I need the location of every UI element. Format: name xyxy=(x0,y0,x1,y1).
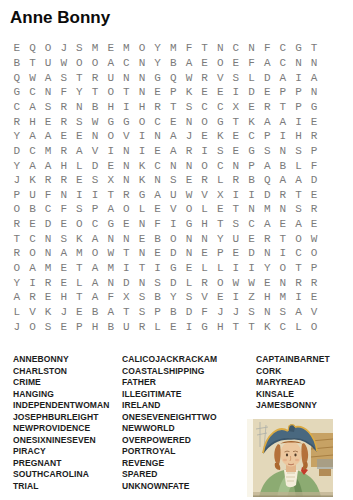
grid-cell-r9c4: H xyxy=(56,158,72,173)
grid-cell-r10c4: R xyxy=(56,173,72,188)
grid-cell-r9c18: B xyxy=(275,158,291,173)
grid-cell-r5c1: C xyxy=(9,100,25,115)
grid-cell-r15c7: W xyxy=(103,246,119,261)
grid-cell-r7c11: A xyxy=(165,129,181,144)
grid-cell-r19c3: K xyxy=(40,305,56,320)
grid-cell-r16c16: I xyxy=(244,261,260,276)
grid-cell-r4c10: E xyxy=(150,85,166,100)
grid-cell-r16c8: I xyxy=(119,261,135,276)
grid-cell-r6c7: G xyxy=(103,114,119,129)
grid-cell-r6c19: I xyxy=(291,114,307,129)
grid-cell-r2c5: O xyxy=(72,56,88,71)
grid-cell-r19c2: V xyxy=(25,305,41,320)
grid-cell-r11c7: T xyxy=(103,187,119,202)
grid-cell-r2c3: U xyxy=(40,56,56,71)
grid-cell-r17c1: Y xyxy=(9,275,25,290)
grid-cell-r12c20: R xyxy=(306,202,322,217)
grid-cell-r7c13: E xyxy=(197,129,213,144)
grid-cell-r17c13: R xyxy=(197,275,213,290)
grid-cell-r2c4: W xyxy=(56,56,72,71)
grid-cell-r12c10: E xyxy=(150,202,166,217)
grid-cell-r20c9: R xyxy=(134,319,150,334)
grid-cell-r20c4: E xyxy=(56,319,72,334)
grid-cell-r15c12: N xyxy=(181,246,197,261)
grid-cell-r7c1: Y xyxy=(9,129,25,144)
grid-cell-r13c4: E xyxy=(56,217,72,232)
grid-cell-r5c16: E xyxy=(244,100,260,115)
grid-cell-r17c14: O xyxy=(212,275,228,290)
grid-cell-r7c15: E xyxy=(228,129,244,144)
grid-cell-r17c19: R xyxy=(291,275,307,290)
grid-cell-r4c2: C xyxy=(25,85,41,100)
grid-cell-r11c3: F xyxy=(40,187,56,202)
word-item: UNKNOWNFATE xyxy=(122,481,217,493)
grid-cell-r15c20: O xyxy=(306,246,322,261)
word-item: REVENGE xyxy=(122,458,217,470)
grid-cell-r13c3: D xyxy=(40,217,56,232)
grid-cell-r14c5: K xyxy=(72,231,88,246)
grid-cell-r11c2: U xyxy=(25,187,41,202)
word-item: OVERPOWERED xyxy=(122,435,217,447)
word-item: ONESIXNINESEVEN xyxy=(13,435,110,447)
grid-cell-r3c9: N xyxy=(134,70,150,85)
grid-cell-r1c20: T xyxy=(306,41,322,56)
grid-cell-r8c20: P xyxy=(306,144,322,159)
grid-cell-r2c1: B xyxy=(9,56,25,71)
grid-cell-r19c11: B xyxy=(165,305,181,320)
grid-cell-r14c17: R xyxy=(259,231,275,246)
grid-cell-r4c8: T xyxy=(119,85,135,100)
grid-cell-r19c1: L xyxy=(9,305,25,320)
word-item: CHARLSTON xyxy=(13,366,110,378)
grid-cell-r9c20: F xyxy=(306,158,322,173)
grid-cell-r1c8: M xyxy=(119,41,135,56)
grid-cell-r19c20: V xyxy=(306,305,322,320)
grid-cell-r1c16: N xyxy=(244,41,260,56)
grid-cell-r17c17: E xyxy=(259,275,275,290)
grid-cell-r7c6: N xyxy=(87,129,103,144)
grid-cell-r15c6: O xyxy=(87,246,103,261)
grid-cell-r20c14: H xyxy=(212,319,228,334)
grid-cell-r14c16: E xyxy=(244,231,260,246)
grid-cell-r7c3: A xyxy=(40,129,56,144)
grid-cell-r8c1: D xyxy=(9,144,25,159)
word-item: FATHER xyxy=(122,377,217,389)
grid-cell-r12c9: L xyxy=(134,202,150,217)
grid-cell-r14c1: T xyxy=(9,231,25,246)
grid-cell-r5c14: C xyxy=(212,100,228,115)
word-item: JOSEPHBURLEIGHT xyxy=(13,412,110,424)
grid-cell-r13c12: G xyxy=(181,217,197,232)
grid-cell-r11c5: I xyxy=(72,187,88,202)
grid-cell-r19c6: B xyxy=(87,305,103,320)
grid-cell-r4c16: D xyxy=(244,85,260,100)
grid-cell-r17c9: N xyxy=(134,275,150,290)
grid-cell-r3c7: U xyxy=(103,70,119,85)
grid-cell-r8c5: A xyxy=(72,144,88,159)
grid-cell-r20c1: J xyxy=(9,319,25,334)
word-item: ONESEVENEIGHTTWO xyxy=(122,412,217,424)
grid-cell-r1c14: N xyxy=(212,41,228,56)
grid-cell-r10c11: S xyxy=(165,173,181,188)
grid-cell-r8c6: V xyxy=(87,144,103,159)
grid-cell-r11c14: X xyxy=(212,187,228,202)
grid-cell-r2c10: Y xyxy=(150,56,166,71)
grid-cell-r16c15: I xyxy=(228,261,244,276)
grid-cell-r12c5: S xyxy=(72,202,88,217)
grid-cell-r15c15: E xyxy=(228,246,244,261)
grid-cell-r17c8: D xyxy=(119,275,135,290)
grid-cell-r14c12: N xyxy=(181,231,197,246)
grid-cell-r5c20: G xyxy=(306,100,322,115)
grid-cell-r10c3: R xyxy=(40,173,56,188)
grid-cell-r16c20: P xyxy=(306,261,322,276)
grid-cell-r6c20: E xyxy=(306,114,322,129)
grid-cell-r6c12: N xyxy=(181,114,197,129)
grid-cell-r18c15: I xyxy=(228,290,244,305)
grid-cell-r4c3: N xyxy=(40,85,56,100)
grid-cell-r13c17: A xyxy=(259,217,275,232)
grid-cell-r16c4: E xyxy=(56,261,72,276)
grid-cell-r5c2: A xyxy=(25,100,41,115)
grid-cell-r14c7: N xyxy=(103,231,119,246)
grid-cell-r12c7: A xyxy=(103,202,119,217)
grid-cell-r18c4: H xyxy=(56,290,72,305)
grid-cell-r14c15: U xyxy=(228,231,244,246)
grid-cell-r13c2: E xyxy=(25,217,41,232)
grid-cell-r7c20: R xyxy=(306,129,322,144)
grid-cell-r17c4: E xyxy=(56,275,72,290)
grid-cell-r7c7: O xyxy=(103,129,119,144)
grid-cell-r8c11: A xyxy=(165,144,181,159)
grid-cell-r20c19: L xyxy=(291,319,307,334)
grid-cell-r18c2: R xyxy=(25,290,41,305)
grid-cell-r1c13: T xyxy=(197,41,213,56)
grid-cell-r15c9: N xyxy=(134,246,150,261)
grid-cell-r1c2: Q xyxy=(25,41,41,56)
grid-cell-r4c18: P xyxy=(275,85,291,100)
grid-cell-r13c9: N xyxy=(134,217,150,232)
grid-cell-r6c11: E xyxy=(165,114,181,129)
grid-cell-r17c12: L xyxy=(181,275,197,290)
grid-cell-r8c7: I xyxy=(103,144,119,159)
grid-cell-r15c19: C xyxy=(291,246,307,261)
grid-cell-r8c14: S xyxy=(212,144,228,159)
grid-cell-r1c12: F xyxy=(181,41,197,56)
grid-cell-r9c1: Y xyxy=(9,158,25,173)
grid-cell-r11c6: I xyxy=(87,187,103,202)
grid-cell-r20c12: I xyxy=(181,319,197,334)
grid-cell-r12c18: N xyxy=(275,202,291,217)
grid-cell-r7c9: I xyxy=(134,129,150,144)
grid-cell-r13c15: S xyxy=(228,217,244,232)
grid-cell-r5c9: H xyxy=(134,100,150,115)
grid-cell-r13c8: E xyxy=(119,217,135,232)
grid-cell-r11c17: D xyxy=(259,187,275,202)
word-item: INDEPENDENTWOMAN xyxy=(13,400,110,412)
grid-cell-r16c17: Y xyxy=(259,261,275,276)
grid-cell-r11c8: R xyxy=(119,187,135,202)
grid-cell-r15c1: R xyxy=(9,246,25,261)
grid-cell-r16c19: T xyxy=(291,261,307,276)
word-item: CORK xyxy=(256,366,330,378)
grid-cell-r10c13: R xyxy=(197,173,213,188)
grid-cell-r1c10: Y xyxy=(150,41,166,56)
grid-cell-r6c9: O xyxy=(134,114,150,129)
grid-cell-r1c7: E xyxy=(103,41,119,56)
grid-cell-r16c1: O xyxy=(9,261,25,276)
grid-cell-r20c17: K xyxy=(259,319,275,334)
grid-cell-r14c10: B xyxy=(150,231,166,246)
grid-cell-r20c5: P xyxy=(72,319,88,334)
grid-cell-r12c6: P xyxy=(87,202,103,217)
grid-cell-r1c4: J xyxy=(56,41,72,56)
grid-cell-r16c7: M xyxy=(103,261,119,276)
word-item: COASTALSHIPPING xyxy=(122,366,217,378)
grid-cell-r14c14: Y xyxy=(212,231,228,246)
grid-cell-r5c19: P xyxy=(291,100,307,115)
grid-cell-r17c11: D xyxy=(165,275,181,290)
grid-cell-r15c10: E xyxy=(150,246,166,261)
grid-cell-r4c4: F xyxy=(56,85,72,100)
grid-cell-r7c14: K xyxy=(212,129,228,144)
grid-cell-r5c17: R xyxy=(259,100,275,115)
grid-cell-r1c6: M xyxy=(87,41,103,56)
grid-cell-r10c12: E xyxy=(181,173,197,188)
grid-cell-r8c18: N xyxy=(275,144,291,159)
grid-cell-r13c10: F xyxy=(150,217,166,232)
grid-cell-r19c14: J xyxy=(212,305,228,320)
grid-cell-r4c15: I xyxy=(228,85,244,100)
grid-cell-r6c4: R xyxy=(56,114,72,129)
grid-cell-r13c5: O xyxy=(72,217,88,232)
grid-cell-r3c17: D xyxy=(259,70,275,85)
grid-cell-r1c1: E xyxy=(9,41,25,56)
grid-cell-r10c2: K xyxy=(25,173,41,188)
grid-cell-r20c3: S xyxy=(40,319,56,334)
word-item: SPARED xyxy=(122,469,217,481)
grid-cell-r18c7: F xyxy=(103,290,119,305)
grid-cell-r19c10: P xyxy=(150,305,166,320)
grid-cell-r12c4: F xyxy=(56,202,72,217)
grid-cell-r9c9: K xyxy=(134,158,150,173)
grid-cell-r8c9: I xyxy=(134,144,150,159)
grid-cell-r12c1: O xyxy=(9,202,25,217)
grid-cell-r6c6: W xyxy=(87,114,103,129)
grid-cell-r2c20: N xyxy=(306,56,322,71)
grid-cell-r4c1: G xyxy=(9,85,25,100)
grid-cell-r18c5: T xyxy=(72,290,88,305)
grid-cell-r4c14: E xyxy=(212,85,228,100)
grid-cell-r17c6: A xyxy=(87,275,103,290)
grid-cell-r14c6: A xyxy=(87,231,103,246)
grid-cell-r13c6: C xyxy=(87,217,103,232)
grid-cell-r19c13: F xyxy=(197,305,213,320)
grid-cell-r3c18: A xyxy=(275,70,291,85)
grid-cell-r12c8: O xyxy=(119,202,135,217)
grid-cell-r15c4: A xyxy=(56,246,72,261)
word-item: HANGING xyxy=(13,389,110,401)
grid-cell-r18c8: X xyxy=(119,290,135,305)
grid-cell-r3c14: V xyxy=(212,70,228,85)
grid-cell-r16c12: E xyxy=(181,261,197,276)
grid-cell-r7c19: H xyxy=(291,129,307,144)
grid-cell-r18c6: A xyxy=(87,290,103,305)
grid-cell-r9c5: L xyxy=(72,158,88,173)
grid-cell-r3c20: A xyxy=(306,70,322,85)
grid-cell-r16c10: I xyxy=(150,261,166,276)
grid-cell-r7c12: J xyxy=(181,129,197,144)
grid-cell-r9c3: A xyxy=(40,158,56,173)
grid-cell-r18c3: E xyxy=(40,290,56,305)
grid-cell-r13c16: C xyxy=(244,217,260,232)
grid-cell-r19c9: S xyxy=(134,305,150,320)
grid-cell-r15c14: P xyxy=(212,246,228,261)
grid-cell-r16c11: G xyxy=(165,261,181,276)
grid-cell-r9c11: N xyxy=(165,158,181,173)
word-search-grid: EQOJSMEMOYMFTNCNFCGTBTUWOOACNYBAEOEFACNN… xyxy=(9,41,322,334)
grid-cell-r11c12: W xyxy=(181,187,197,202)
grid-cell-r14c8: N xyxy=(119,231,135,246)
grid-cell-r3c10: G xyxy=(150,70,166,85)
grid-cell-r5c13: C xyxy=(197,100,213,115)
grid-cell-r19c5: E xyxy=(72,305,88,320)
grid-cell-r15c3: N xyxy=(40,246,56,261)
grid-cell-r12c3: C xyxy=(40,202,56,217)
grid-cell-r5c15: X xyxy=(228,100,244,115)
grid-cell-r14c9: E xyxy=(134,231,150,246)
grid-cell-r10c6: S xyxy=(87,173,103,188)
word-item: ANNEBONNY xyxy=(13,354,110,366)
grid-cell-r2c17: A xyxy=(259,56,275,71)
grid-cell-r4c17: E xyxy=(259,85,275,100)
grid-cell-r12c13: L xyxy=(197,202,213,217)
grid-cell-r1c5: S xyxy=(72,41,88,56)
grid-cell-r1c3: O xyxy=(40,41,56,56)
word-item: PREGNANT xyxy=(13,458,110,470)
grid-cell-r16c14: L xyxy=(212,261,228,276)
word-list-column-1: ANNEBONNYCHARLSTONCRIMEHANGINGINDEPENDEN… xyxy=(13,354,110,492)
grid-cell-r9c8: N xyxy=(119,158,135,173)
grid-cell-r18c18: M xyxy=(275,290,291,305)
grid-cell-r18c11: Y xyxy=(165,290,181,305)
grid-cell-r2c6: O xyxy=(87,56,103,71)
grid-cell-r6c8: G xyxy=(119,114,135,129)
grid-cell-r11c18: R xyxy=(275,187,291,202)
grid-cell-r12c19: S xyxy=(291,202,307,217)
grid-cell-r12c16: N xyxy=(244,202,260,217)
grid-cell-r5c3: S xyxy=(40,100,56,115)
grid-cell-r16c18: O xyxy=(275,261,291,276)
grid-cell-r1c9: O xyxy=(134,41,150,56)
grid-cell-r19c12: D xyxy=(181,305,197,320)
word-item: CALICOJACKRACKAM xyxy=(122,354,217,366)
word-item: JAMESBONNY xyxy=(256,400,330,412)
grid-cell-r17c10: S xyxy=(150,275,166,290)
grid-cell-r7c4: E xyxy=(56,129,72,144)
grid-cell-r6c17: A xyxy=(259,114,275,129)
word-list-column-3: CAPTAINBARNETCORKMARYREADKINSALEJAMESBON… xyxy=(256,354,330,412)
grid-cell-r15c8: T xyxy=(119,246,135,261)
grid-cell-r14c13: N xyxy=(197,231,213,246)
grid-cell-r3c19: I xyxy=(291,70,307,85)
grid-cell-r4c5: Y xyxy=(72,85,88,100)
grid-cell-r10c7: X xyxy=(103,173,119,188)
grid-cell-r1c11: M xyxy=(165,41,181,56)
word-item: ILLEGITIMATE xyxy=(122,389,217,401)
grid-cell-r17c18: N xyxy=(275,275,291,290)
grid-cell-r10c18: A xyxy=(275,173,291,188)
grid-cell-r12c17: M xyxy=(259,202,275,217)
grid-cell-r5c8: I xyxy=(119,100,135,115)
grid-cell-r20c11: E xyxy=(165,319,181,334)
grid-cell-r19c7: A xyxy=(103,305,119,320)
grid-cell-r10c5: E xyxy=(72,173,88,188)
grid-cell-r10c14: L xyxy=(212,173,228,188)
grid-cell-r20c18: C xyxy=(275,319,291,334)
grid-cell-r17c15: W xyxy=(228,275,244,290)
grid-cell-r12c14: E xyxy=(212,202,228,217)
grid-cell-r5c5: N xyxy=(72,100,88,115)
grid-cell-r20c16: T xyxy=(244,319,260,334)
grid-cell-r2c18: C xyxy=(275,56,291,71)
word-item: NEWPROVIDENCE xyxy=(13,423,110,435)
grid-cell-r16c2: A xyxy=(25,261,41,276)
grid-cell-r5c10: R xyxy=(150,100,166,115)
grid-cell-r15c18: I xyxy=(275,246,291,261)
grid-cell-r20c15: T xyxy=(228,319,244,334)
grid-cell-r9c15: N xyxy=(228,158,244,173)
grid-cell-r3c13: R xyxy=(197,70,213,85)
grid-cell-r1c18: C xyxy=(275,41,291,56)
page-title: Anne Bonny xyxy=(10,8,110,28)
grid-cell-r1c19: G xyxy=(291,41,307,56)
grid-cell-r9c2: A xyxy=(25,158,41,173)
grid-cell-r3c12: W xyxy=(181,70,197,85)
grid-cell-r4c13: E xyxy=(197,85,213,100)
grid-cell-r5c6: B xyxy=(87,100,103,115)
word-item: MARYREAD xyxy=(256,377,330,389)
grid-cell-r3c3: A xyxy=(40,70,56,85)
grid-cell-r4c7: O xyxy=(103,85,119,100)
grid-cell-r9c6: D xyxy=(87,158,103,173)
grid-cell-r2c16: F xyxy=(244,56,260,71)
grid-cell-r2c2: T xyxy=(25,56,41,71)
grid-cell-r19c16: S xyxy=(244,305,260,320)
grid-cell-r4c20: N xyxy=(306,85,322,100)
grid-cell-r7c2: A xyxy=(25,129,41,144)
grid-cell-r5c7: H xyxy=(103,100,119,115)
word-item: CRIME xyxy=(13,377,110,389)
grid-cell-r6c5: S xyxy=(72,114,88,129)
grid-cell-r11c20: E xyxy=(306,187,322,202)
word-item: PIRACY xyxy=(13,446,110,458)
grid-cell-r7c16: C xyxy=(244,129,260,144)
grid-cell-r18c17: H xyxy=(259,290,275,305)
grid-cell-r13c13: H xyxy=(197,217,213,232)
grid-cell-r11c4: N xyxy=(56,187,72,202)
grid-cell-r15c17: N xyxy=(259,246,275,261)
grid-cell-r11c9: G xyxy=(134,187,150,202)
grid-cell-r12c11: V xyxy=(165,202,181,217)
grid-cell-r3c8: N xyxy=(119,70,135,85)
word-item: CAPTAINBARNET xyxy=(256,354,330,366)
grid-cell-r1c17: F xyxy=(259,41,275,56)
grid-cell-r4c12: K xyxy=(181,85,197,100)
grid-cell-r6c10: C xyxy=(150,114,166,129)
grid-cell-r6c13: O xyxy=(197,114,213,129)
grid-cell-r8c3: M xyxy=(40,144,56,159)
